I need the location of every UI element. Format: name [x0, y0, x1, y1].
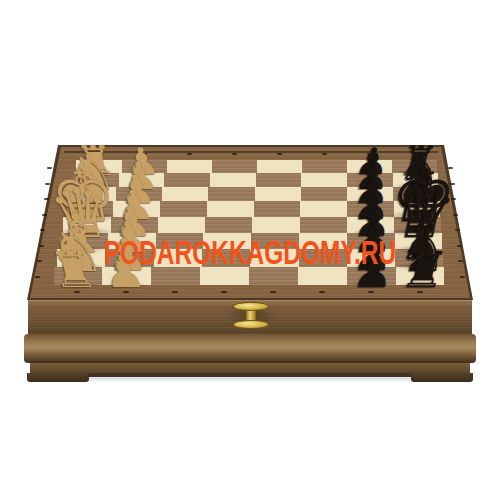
- black-rook: ♜: [397, 246, 452, 296]
- chess-set-product-photo: ♜♟♟♜♞♟♟♞♝♟♟♝♚♟♟♚♛♟♟♛♝♟♟♝♞♟♟♞♜♟♟♜ PODAROK…: [0, 0, 500, 500]
- watermark-text: PODAROKKAGDOMY.RU: [104, 233, 396, 272]
